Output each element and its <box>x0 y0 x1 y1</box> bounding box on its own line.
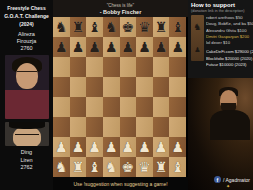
photo-face <box>16 63 38 89</box>
chess-board: ♞♜♝♞♚♛♜♝♟♟♟♟♟♟♟♟♟♟♟♟♟♟♟♟♞♜♝♞♚♛♜♝ <box>53 17 186 177</box>
black-queen-f8: ♛ <box>138 20 151 34</box>
square-e2: ♟ <box>120 137 137 157</box>
square-b8: ♜ <box>70 17 87 37</box>
event-line2: G.O.A.T. Challenge <box>0 12 53 20</box>
quote-author: - Bobby Fischer <box>100 9 142 15</box>
black-pawn-g7: ♟ <box>155 40 168 54</box>
black-pawn-a7: ♟ <box>55 40 68 54</box>
square-d8: ♞ <box>103 17 120 37</box>
square-f7: ♟ <box>136 37 153 57</box>
donor-line: Doug, BobKe, and ba $50 <box>206 21 253 27</box>
top-donor-line: CakeDeFi.com $29000 (2021) <box>206 49 253 55</box>
square-a8: ♞ <box>53 17 70 37</box>
square-e6 <box>120 57 137 77</box>
square-h5 <box>169 77 186 97</box>
square-h3 <box>169 117 186 137</box>
square-h4 <box>169 97 186 117</box>
black-pawn-h7: ♟ <box>171 40 184 54</box>
square-c4 <box>86 97 103 117</box>
square-h6 <box>169 57 186 77</box>
white-player-photo <box>5 122 49 146</box>
square-a3 <box>53 117 70 137</box>
black-pawn-e7: ♟ <box>122 40 135 54</box>
black-knight-a8: ♞ <box>55 20 68 34</box>
white-rook-g1: ♜ <box>155 160 168 174</box>
pawn-figurine-icon: ♟ <box>194 47 200 54</box>
square-g5 <box>153 77 170 97</box>
square-b7: ♟ <box>70 37 87 57</box>
black-rook-b8: ♜ <box>72 20 85 34</box>
square-e1: ♚ <box>120 157 137 177</box>
white-pawn-c2: ♟ <box>88 140 101 154</box>
social-overlay: f / Agadmator <box>214 176 250 183</box>
white-player-last-name: Liren <box>0 157 53 164</box>
knight-figurine-icon: ♞ <box>193 23 201 32</box>
square-b4 <box>70 97 87 117</box>
square-c5 <box>86 77 103 97</box>
square-g1: ♜ <box>153 157 170 177</box>
quote-text: "Chess is life" <box>107 3 134 8</box>
white-king-e1: ♚ <box>122 160 135 174</box>
black-knight-d8: ♞ <box>105 20 118 34</box>
square-c3 <box>86 117 103 137</box>
white-bishop-h1: ♝ <box>171 160 184 174</box>
square-g8: ♜ <box>153 17 170 37</box>
square-h1: ♝ <box>169 157 186 177</box>
square-a6 <box>53 57 70 77</box>
square-d5 <box>103 77 120 97</box>
square-a1: ♞ <box>53 157 70 177</box>
black-player-last-name: Firouzja <box>0 38 53 45</box>
square-c6 <box>86 57 103 77</box>
gold-glyph-icon: ✦ <box>226 184 230 189</box>
square-a4 <box>53 97 70 117</box>
square-f2: ♟ <box>136 137 153 157</box>
square-g7: ♟ <box>153 37 170 57</box>
black-bishop-c8: ♝ <box>88 20 101 34</box>
photo-glasses <box>17 71 37 75</box>
donor-line: lol dexer $10 <box>206 40 253 46</box>
support-subtitle: (donation link in the description) <box>191 9 253 13</box>
square-b3 <box>70 117 87 137</box>
square-h8: ♝ <box>169 17 186 37</box>
square-f6 <box>136 57 153 77</box>
white-bishop-c1: ♝ <box>88 160 101 174</box>
photo-hair <box>9 122 45 129</box>
square-f8: ♛ <box>136 17 153 37</box>
square-c8: ♝ <box>86 17 103 37</box>
photo-glasses <box>15 134 39 138</box>
square-b6 <box>70 57 87 77</box>
square-e8: ♚ <box>120 17 137 37</box>
white-player-first-name: Ding <box>0 149 53 156</box>
square-f1: ♛ <box>136 157 153 177</box>
square-d2: ♟ <box>103 137 120 157</box>
white-pawn-a2: ♟ <box>55 140 68 154</box>
white-pawn-g2: ♟ <box>155 140 168 154</box>
white-player-rating: 2762 <box>0 164 53 171</box>
square-d1: ♞ <box>103 157 120 177</box>
white-knight-a1: ♞ <box>55 160 68 174</box>
white-queen-f1: ♛ <box>138 160 151 174</box>
white-rook-b1: ♜ <box>72 160 85 174</box>
square-c1: ♝ <box>86 157 103 177</box>
webcam-view: f / Agadmator ✦ <box>188 78 253 190</box>
square-b5 <box>70 77 87 97</box>
event-line1: Freestyle Chess <box>0 4 53 12</box>
square-g2: ♟ <box>153 137 170 157</box>
square-g6 <box>153 57 170 77</box>
white-pawn-d2: ♟ <box>105 140 118 154</box>
black-bishop-h8: ♝ <box>171 20 184 34</box>
chess-figurines-image: ♞ ♟ <box>191 15 204 61</box>
black-player-name: Alireza Firouzja 2760 <box>0 31 53 52</box>
donor-list: robert arethoos $50 Doug, BobKe, and ba … <box>206 15 253 68</box>
white-pawn-h2: ♟ <box>171 140 184 154</box>
square-b2: ♟ <box>70 137 87 157</box>
square-a7: ♟ <box>53 37 70 57</box>
square-e3 <box>120 117 137 137</box>
square-e5 <box>120 77 137 97</box>
square-h7: ♟ <box>169 37 186 57</box>
square-d4 <box>103 97 120 117</box>
square-d6 <box>103 57 120 77</box>
black-king-e8: ♚ <box>122 20 135 34</box>
black-pawn-c7: ♟ <box>88 40 101 54</box>
black-pawn-f7: ♟ <box>138 40 151 54</box>
square-g3 <box>153 117 170 137</box>
streamer-body <box>210 110 250 140</box>
stream-frame: Freestyle Chess G.O.A.T. Challenge (2024… <box>0 0 253 190</box>
square-a2: ♟ <box>53 137 70 157</box>
event-title: Freestyle Chess G.O.A.T. Challenge (2024… <box>0 0 53 28</box>
square-c2: ♟ <box>86 137 103 157</box>
square-d3 <box>103 117 120 137</box>
top-donor-line: Futuur $10000 (2023) <box>206 62 253 68</box>
right-column: How to support (donation link in the des… <box>188 0 253 190</box>
facebook-icon: f <box>214 176 221 183</box>
square-e4 <box>120 97 137 117</box>
square-f3 <box>136 117 153 137</box>
support-panel: How to support (donation link in the des… <box>188 0 253 78</box>
white-pawn-b2: ♟ <box>72 140 85 154</box>
square-d7: ♟ <box>103 37 120 57</box>
white-player-name: Ding Liren 2762 <box>0 149 53 170</box>
black-pawn-d7: ♟ <box>105 40 118 54</box>
square-a5 <box>53 77 70 97</box>
black-pawn-b7: ♟ <box>72 40 85 54</box>
suggestion-bar: Use !suggestion when suggesting a game! <box>53 177 188 190</box>
square-g4 <box>153 97 170 117</box>
square-f4 <box>136 97 153 117</box>
square-b1: ♜ <box>70 157 87 177</box>
quote-bar: "Chess is life" - Bobby Fischer <box>53 0 188 17</box>
square-h2: ♟ <box>169 137 186 157</box>
top-donor-list: CakeDeFi.com $29000 (2021) Blockfolio $2… <box>206 49 253 68</box>
players-panel: Freestyle Chess G.O.A.T. Challenge (2024… <box>0 0 53 190</box>
suggestion-text: Use !suggestion when suggesting a game! <box>73 181 167 187</box>
black-player-photo <box>5 55 49 119</box>
facebook-handle: / Agadmator <box>223 177 250 183</box>
donor-line: Alexandru Ghita $100 <box>206 28 253 34</box>
support-title: How to support <box>191 2 253 8</box>
event-line3: (2024) <box>0 20 53 28</box>
white-pawn-f2: ♟ <box>138 140 151 154</box>
black-player-first-name: Alireza <box>0 31 53 38</box>
square-f5 <box>136 77 153 97</box>
square-c7: ♟ <box>86 37 103 57</box>
white-pawn-e2: ♟ <box>122 140 135 154</box>
white-knight-d1: ♞ <box>105 160 118 174</box>
square-e7: ♟ <box>120 37 137 57</box>
black-player-rating: 2760 <box>0 45 53 52</box>
black-rook-g8: ♜ <box>155 20 168 34</box>
